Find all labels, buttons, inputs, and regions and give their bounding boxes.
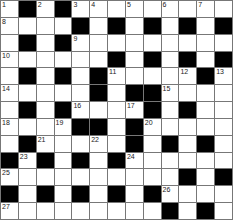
white-cell[interactable] bbox=[179, 186, 196, 202]
white-cell[interactable] bbox=[37, 203, 54, 219]
black-cell bbox=[144, 85, 161, 101]
white-cell[interactable] bbox=[108, 35, 125, 51]
white-cell[interactable] bbox=[162, 169, 179, 185]
white-cell[interactable] bbox=[215, 136, 232, 152]
white-cell[interactable] bbox=[108, 119, 125, 135]
white-cell[interactable]: 6 bbox=[162, 1, 179, 17]
white-cell[interactable] bbox=[55, 169, 72, 185]
white-cell[interactable] bbox=[19, 52, 36, 68]
clue-number: 15 bbox=[163, 85, 171, 93]
white-cell[interactable] bbox=[162, 102, 179, 118]
crossword-grid: 1234567891011121314151617181920212223242… bbox=[0, 0, 233, 220]
white-cell[interactable] bbox=[197, 186, 214, 202]
white-cell[interactable]: 16 bbox=[72, 102, 89, 118]
white-cell[interactable] bbox=[126, 52, 143, 68]
white-cell[interactable] bbox=[215, 119, 232, 135]
white-cell[interactable]: 12 bbox=[179, 68, 196, 84]
white-cell[interactable] bbox=[1, 136, 18, 152]
white-cell[interactable] bbox=[126, 18, 143, 34]
white-cell[interactable] bbox=[126, 169, 143, 185]
white-cell[interactable]: 25 bbox=[1, 169, 18, 185]
black-cell bbox=[55, 68, 72, 84]
white-cell[interactable]: 20 bbox=[144, 119, 161, 135]
white-cell[interactable]: 3 bbox=[72, 1, 89, 17]
white-cell[interactable]: 22 bbox=[90, 136, 107, 152]
white-cell[interactable] bbox=[215, 1, 232, 17]
black-cell bbox=[144, 186, 161, 202]
black-cell bbox=[179, 52, 196, 68]
black-cell bbox=[126, 85, 143, 101]
white-cell[interactable]: 2 bbox=[37, 1, 54, 17]
white-cell[interactable] bbox=[126, 68, 143, 84]
white-cell[interactable]: 7 bbox=[197, 1, 214, 17]
white-cell[interactable] bbox=[72, 203, 89, 219]
white-cell[interactable] bbox=[72, 52, 89, 68]
white-cell[interactable] bbox=[72, 169, 89, 185]
black-cell bbox=[19, 102, 36, 118]
white-cell[interactable] bbox=[90, 35, 107, 51]
white-cell[interactable]: 23 bbox=[19, 153, 36, 169]
black-cell bbox=[72, 18, 89, 34]
black-cell bbox=[215, 18, 232, 34]
clue-number: 10 bbox=[2, 52, 10, 60]
white-cell[interactable] bbox=[179, 85, 196, 101]
white-cell[interactable]: 26 bbox=[162, 186, 179, 202]
black-cell bbox=[179, 102, 196, 118]
white-cell[interactable]: 21 bbox=[37, 136, 54, 152]
white-cell[interactable] bbox=[90, 18, 107, 34]
black-cell bbox=[162, 136, 179, 152]
white-cell[interactable]: 15 bbox=[162, 85, 179, 101]
black-cell bbox=[19, 1, 36, 17]
white-cell[interactable] bbox=[162, 153, 179, 169]
white-cell[interactable] bbox=[55, 136, 72, 152]
clue-number: 27 bbox=[2, 203, 10, 211]
white-cell[interactable] bbox=[108, 203, 125, 219]
white-cell[interactable]: 10 bbox=[1, 52, 18, 68]
white-cell[interactable] bbox=[179, 203, 196, 219]
white-cell[interactable] bbox=[90, 102, 107, 118]
clue-number: 25 bbox=[2, 169, 10, 177]
white-cell[interactable] bbox=[179, 136, 196, 152]
white-cell[interactable] bbox=[19, 18, 36, 34]
white-cell[interactable] bbox=[37, 169, 54, 185]
white-cell[interactable] bbox=[19, 169, 36, 185]
white-cell[interactable] bbox=[144, 68, 161, 84]
white-cell[interactable] bbox=[72, 68, 89, 84]
white-cell[interactable] bbox=[90, 203, 107, 219]
clue-number: 24 bbox=[127, 153, 135, 161]
black-cell bbox=[197, 136, 214, 152]
white-cell[interactable] bbox=[55, 18, 72, 34]
clue-number: 5 bbox=[127, 1, 131, 9]
white-cell[interactable] bbox=[179, 119, 196, 135]
white-cell[interactable] bbox=[215, 203, 232, 219]
white-cell[interactable]: 17 bbox=[126, 102, 143, 118]
white-cell[interactable] bbox=[162, 52, 179, 68]
white-cell[interactable] bbox=[126, 186, 143, 202]
white-cell[interactable] bbox=[72, 85, 89, 101]
black-cell bbox=[144, 18, 161, 34]
white-cell[interactable] bbox=[37, 52, 54, 68]
black-cell bbox=[197, 203, 214, 219]
white-cell[interactable]: 4 bbox=[90, 1, 107, 17]
black-cell bbox=[37, 153, 54, 169]
clue-number: 11 bbox=[109, 68, 116, 76]
white-cell[interactable] bbox=[126, 35, 143, 51]
white-cell[interactable]: 18 bbox=[1, 119, 18, 135]
white-cell[interactable] bbox=[90, 52, 107, 68]
white-cell[interactable] bbox=[197, 18, 214, 34]
white-cell[interactable] bbox=[162, 35, 179, 51]
black-cell bbox=[215, 169, 232, 185]
white-cell[interactable] bbox=[90, 169, 107, 185]
black-cell bbox=[108, 186, 125, 202]
white-cell[interactable] bbox=[215, 186, 232, 202]
clue-number: 23 bbox=[20, 153, 28, 161]
white-cell[interactable] bbox=[108, 102, 125, 118]
black-cell bbox=[72, 119, 89, 135]
clue-number: 20 bbox=[145, 119, 153, 127]
black-cell bbox=[1, 186, 18, 202]
white-cell[interactable] bbox=[72, 136, 89, 152]
white-cell[interactable] bbox=[197, 85, 214, 101]
white-cell[interactable]: 9 bbox=[72, 35, 89, 51]
white-cell[interactable] bbox=[162, 119, 179, 135]
black-cell bbox=[55, 102, 72, 118]
black-cell bbox=[72, 186, 89, 202]
white-cell[interactable] bbox=[19, 186, 36, 202]
clue-number: 3 bbox=[73, 1, 77, 9]
white-cell[interactable]: 14 bbox=[1, 85, 18, 101]
clue-number: 7 bbox=[198, 1, 202, 9]
white-cell[interactable]: 19 bbox=[55, 119, 72, 135]
white-cell[interactable]: 1 bbox=[1, 1, 18, 17]
black-cell bbox=[126, 119, 143, 135]
white-cell[interactable] bbox=[19, 85, 36, 101]
black-cell bbox=[108, 153, 125, 169]
white-cell[interactable] bbox=[1, 35, 18, 51]
white-cell[interactable] bbox=[37, 102, 54, 118]
white-cell[interactable] bbox=[55, 153, 72, 169]
clue-number: 6 bbox=[163, 1, 167, 9]
white-cell[interactable]: 13 bbox=[215, 68, 232, 84]
black-cell bbox=[19, 35, 36, 51]
black-cell bbox=[19, 68, 36, 84]
black-cell bbox=[179, 169, 196, 185]
clue-number: 13 bbox=[216, 68, 224, 76]
white-cell[interactable] bbox=[19, 119, 36, 135]
white-cell[interactable] bbox=[108, 85, 125, 101]
white-cell[interactable] bbox=[179, 35, 196, 51]
white-cell[interactable] bbox=[179, 153, 196, 169]
white-cell[interactable] bbox=[144, 35, 161, 51]
white-cell[interactable] bbox=[55, 52, 72, 68]
white-cell[interactable] bbox=[215, 102, 232, 118]
white-cell[interactable] bbox=[55, 203, 72, 219]
white-cell[interactable]: 11 bbox=[108, 68, 125, 84]
black-cell bbox=[162, 203, 179, 219]
white-cell[interactable] bbox=[197, 102, 214, 118]
white-cell[interactable] bbox=[162, 18, 179, 34]
clue-number: 22 bbox=[91, 136, 99, 144]
black-cell bbox=[108, 52, 125, 68]
clue-number: 17 bbox=[127, 102, 135, 110]
black-cell bbox=[37, 186, 54, 202]
black-cell bbox=[144, 52, 161, 68]
clue-number: 21 bbox=[38, 136, 46, 144]
black-cell bbox=[90, 68, 107, 84]
black-cell bbox=[215, 52, 232, 68]
white-cell[interactable] bbox=[197, 169, 214, 185]
white-cell[interactable] bbox=[108, 1, 125, 17]
black-cell bbox=[1, 153, 18, 169]
black-cell bbox=[144, 102, 161, 118]
white-cell[interactable] bbox=[108, 136, 125, 152]
clue-number: 14 bbox=[2, 85, 10, 93]
white-cell[interactable] bbox=[144, 1, 161, 17]
white-cell[interactable] bbox=[215, 85, 232, 101]
clue-number: 4 bbox=[91, 1, 95, 9]
clue-number: 2 bbox=[38, 1, 42, 9]
clue-number: 18 bbox=[2, 119, 10, 127]
white-cell[interactable] bbox=[37, 119, 54, 135]
white-cell[interactable] bbox=[197, 119, 214, 135]
white-cell[interactable] bbox=[37, 18, 54, 34]
clue-number: 8 bbox=[2, 18, 6, 26]
clue-number: 16 bbox=[73, 102, 81, 110]
white-cell[interactable] bbox=[215, 35, 232, 51]
clue-number: 26 bbox=[163, 186, 171, 194]
white-cell[interactable] bbox=[37, 35, 54, 51]
white-cell[interactable] bbox=[1, 102, 18, 118]
white-cell[interactable]: 5 bbox=[126, 1, 143, 17]
white-cell[interactable] bbox=[126, 203, 143, 219]
clue-number: 9 bbox=[73, 35, 77, 43]
white-cell[interactable] bbox=[1, 68, 18, 84]
white-cell[interactable] bbox=[179, 1, 196, 17]
black-cell bbox=[108, 18, 125, 34]
white-cell[interactable] bbox=[197, 35, 214, 51]
white-cell[interactable] bbox=[19, 203, 36, 219]
white-cell[interactable] bbox=[55, 85, 72, 101]
white-cell[interactable]: 24 bbox=[126, 153, 143, 169]
white-cell[interactable] bbox=[90, 186, 107, 202]
white-cell[interactable] bbox=[144, 203, 161, 219]
white-cell[interactable] bbox=[144, 136, 161, 152]
black-cell bbox=[179, 18, 196, 34]
clue-number: 1 bbox=[2, 1, 6, 9]
white-cell[interactable] bbox=[108, 169, 125, 185]
white-cell[interactable] bbox=[197, 153, 214, 169]
white-cell[interactable]: 27 bbox=[1, 203, 18, 219]
black-cell bbox=[197, 68, 214, 84]
white-cell[interactable] bbox=[162, 68, 179, 84]
white-cell[interactable] bbox=[37, 85, 54, 101]
black-cell bbox=[90, 85, 107, 101]
white-cell[interactable]: 8 bbox=[1, 18, 18, 34]
white-cell[interactable] bbox=[55, 186, 72, 202]
white-cell[interactable] bbox=[197, 52, 214, 68]
black-cell bbox=[55, 35, 72, 51]
black-cell bbox=[55, 1, 72, 17]
clue-number: 12 bbox=[180, 68, 188, 76]
white-cell[interactable] bbox=[37, 68, 54, 84]
white-cell[interactable] bbox=[90, 153, 107, 169]
clue-number: 19 bbox=[56, 119, 64, 127]
white-cell[interactable] bbox=[215, 153, 232, 169]
black-cell bbox=[90, 119, 107, 135]
black-cell bbox=[126, 136, 143, 152]
black-cell bbox=[72, 153, 89, 169]
white-cell[interactable] bbox=[144, 169, 161, 185]
white-cell[interactable] bbox=[144, 153, 161, 169]
black-cell bbox=[19, 136, 36, 152]
